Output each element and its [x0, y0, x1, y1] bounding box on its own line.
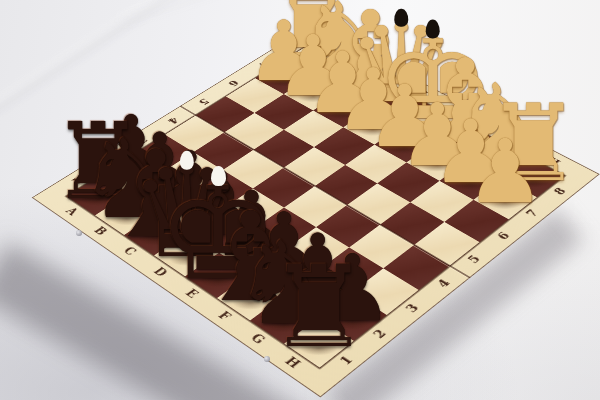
- screw-icon: [264, 356, 270, 362]
- chess-board: ABCDEFGH ABCDEFGH 87654321 87654321: [32, 25, 600, 397]
- rank-label: 7: [507, 198, 558, 230]
- chess-set-photo: ABCDEFGH ABCDEFGH 87654321 87654321 ♜♞♝♛…: [0, 0, 600, 400]
- rank-label: 5: [448, 243, 500, 277]
- rank-label: 6: [478, 220, 530, 253]
- board-grid: [67, 43, 564, 368]
- board-scene: ABCDEFGH ABCDEFGH 87654321 87654321: [0, 0, 600, 400]
- rank-label: 8: [535, 176, 586, 207]
- screw-icon: [76, 230, 82, 236]
